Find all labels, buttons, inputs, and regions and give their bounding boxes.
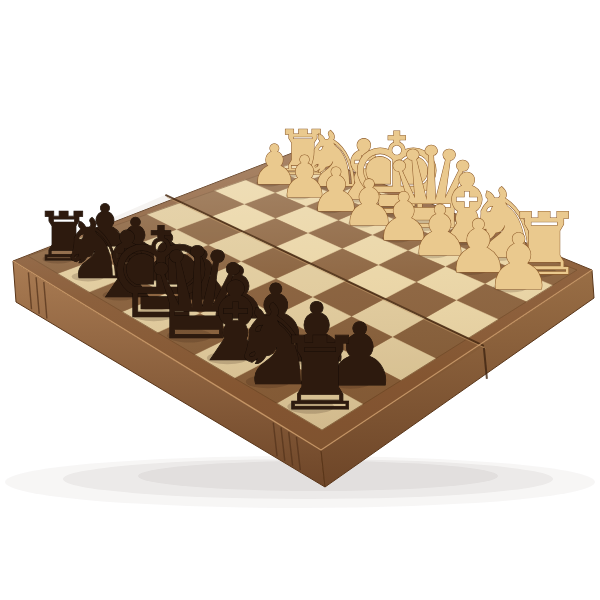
board-svg: ♜♟♞♟♝♟♚♟♛♟♝♟♟♞♜♟♟♜♞♟♟♝♟♚♟♛♟♝♟♞♟♜	[0, 0, 600, 600]
chess-board: ♜♟♞♟♝♟♚♟♛♟♝♟♟♞♜♟♟♜♞♟♟♝♟♚♟♛♟♝♟♞♟♜	[0, 0, 600, 600]
piece-white-pawn[interactable]: ♟	[484, 217, 553, 307]
piece-black-rook[interactable]: ♜	[275, 315, 366, 433]
pieces-layer: ♜♟♞♟♝♟♚♟♛♟♝♟♟♞♜♟♟♜♞♟♟♝♟♚♟♛♟♝♟♞♟♜	[34, 109, 583, 433]
product-photo: ♜♟♞♟♝♟♚♟♛♟♝♟♟♞♜♟♟♜♞♟♟♝♟♚♟♛♟♝♟♞♟♜	[0, 0, 600, 600]
